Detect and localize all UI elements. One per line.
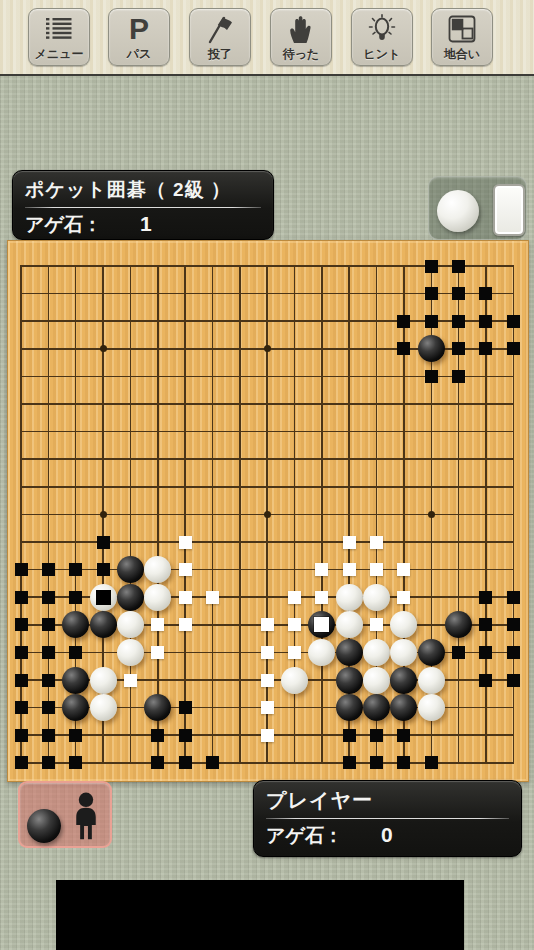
territory-mark-black [206,756,219,769]
stone-black[interactable] [418,335,445,362]
territory-mark-black [343,756,356,769]
stone-black[interactable] [390,667,417,694]
stone-white[interactable] [363,584,390,611]
panel-divider [25,207,261,208]
territory-mark-white [206,591,219,604]
territory-mark-black [42,618,55,631]
territory-mark-white [179,563,192,576]
territory-icon [447,11,477,47]
opponent-name: ポケット囲碁（ 2級 ） [25,177,261,203]
stone-white[interactable] [418,694,445,721]
territory-mark-white [261,618,274,631]
menu-button-label: メニュー [35,47,84,61]
territory-mark-white [151,618,164,631]
territory-mark-white [288,591,301,604]
territory-mark-black [15,618,28,631]
territory-mark-white [288,646,301,659]
stone-white[interactable] [308,639,335,666]
territory-mark-white [370,563,383,576]
menu-button[interactable]: メニュー [28,8,90,66]
territory-mark-black [42,591,55,604]
territory-mark-black [397,729,410,742]
app-screen: メニュー P パス 投了 待った [0,0,534,950]
hint-button-label: ヒント [364,47,401,61]
lightbulb-icon [367,11,397,47]
territory-mark-black [97,563,110,576]
stone-white[interactable] [90,694,117,721]
territory-mark-black [397,342,410,355]
player-info-panel: プレイヤー アゲ石： 0 [253,780,522,857]
territory-mark-black [151,756,164,769]
territory-mark-black [507,342,520,355]
territory-mark-white [261,701,274,714]
territory-mark-black [15,563,28,576]
territory-mark-white [151,646,164,659]
undo-button-label: 待った [283,47,320,61]
grid-line-horizontal [20,569,514,571]
territory-mark-white [261,674,274,687]
player-badge[interactable] [18,781,112,848]
resign-button[interactable]: 投了 [189,8,251,66]
stone-black[interactable] [336,694,363,721]
stone-white[interactable] [363,667,390,694]
territory-mark-black [42,646,55,659]
stone-black[interactable] [62,667,89,694]
territory-mark-white [315,563,328,576]
territory-mark-black [15,756,28,769]
opponent-captures-label: アゲ石： [25,212,102,238]
territory-mark-black [507,674,520,687]
territory-mark-black [452,342,465,355]
stone-black[interactable] [418,639,445,666]
stone-white[interactable] [336,611,363,638]
stone-white[interactable] [90,584,117,611]
territory-mark-black [507,315,520,328]
white-stone-icon [437,190,479,232]
pass-button-label: パス [127,47,152,61]
go-board[interactable] [7,240,529,782]
stone-white[interactable] [144,556,171,583]
territory-mark-black [452,287,465,300]
territory-mark-black [69,729,82,742]
territory-mark-white [179,591,192,604]
stone-white[interactable] [363,639,390,666]
stone-white[interactable] [390,611,417,638]
territory-mark-black [179,729,192,742]
dead-stone-marker [314,617,329,632]
territory-mark-black [179,756,192,769]
territory-mark-black [452,646,465,659]
territory-mark-black [42,701,55,714]
stone-black[interactable] [117,556,144,583]
territory-mark-black [425,287,438,300]
stone-black[interactable] [90,611,117,638]
territory-mark-white [315,591,328,604]
flag-icon [205,11,235,47]
territory-mark-white [179,536,192,549]
stone-white[interactable] [144,584,171,611]
territory-mark-black [507,618,520,631]
territory-mark-black [15,591,28,604]
dead-stone-marker [96,590,111,605]
stone-black[interactable] [336,639,363,666]
toolbar: メニュー P パス 投了 待った [0,0,534,76]
resign-button-label: 投了 [208,47,232,61]
territory-mark-black [69,591,82,604]
stone-white[interactable] [90,667,117,694]
undo-button[interactable]: 待った [270,8,332,66]
grid-line-vertical [321,265,323,763]
territory-mark-black [343,729,356,742]
territory-mark-black [452,260,465,273]
territory-mark-black [69,563,82,576]
black-stone-icon [27,809,61,843]
territory-mark-white [343,563,356,576]
territory-mark-black [452,370,465,383]
pass-button[interactable]: P パス [108,8,170,66]
territory-mark-white [261,729,274,742]
star-point [264,511,271,518]
grid-line-vertical [458,265,460,763]
ad-banner[interactable] [56,880,464,950]
opponent-captures-count: 1 [140,212,152,236]
panel-divider [266,818,509,819]
territory-mark-black [69,646,82,659]
stone-black[interactable] [336,667,363,694]
grid-line-horizontal [20,541,514,543]
territory-mark-black [151,729,164,742]
territory-button[interactable]: 地合い [431,8,493,66]
pass-icon: P [129,11,149,47]
hint-button[interactable]: ヒント [351,8,413,66]
territory-mark-black [507,591,520,604]
territory-mark-black [479,674,492,687]
territory-mark-white [261,646,274,659]
star-point [100,511,107,518]
territory-mark-black [370,729,383,742]
territory-mark-black [42,674,55,687]
territory-mark-black [15,674,28,687]
territory-mark-black [370,756,383,769]
territory-mark-white [179,618,192,631]
stone-white[interactable] [117,611,144,638]
territory-mark-white [397,563,410,576]
stone-white[interactable] [418,667,445,694]
star-point [100,345,107,352]
player-captures-label: アゲ石： [266,823,343,849]
stone-black[interactable] [144,694,171,721]
territory-mark-black [15,701,28,714]
stone-white[interactable] [390,639,417,666]
territory-mark-black [97,536,110,549]
stone-black[interactable] [363,694,390,721]
territory-mark-black [425,260,438,273]
opponent-info-panel: ポケット囲碁（ 2級 ） アゲ石： 1 [12,170,274,240]
territory-mark-black [179,701,192,714]
stone-black[interactable] [62,611,89,638]
territory-mark-black [479,287,492,300]
stone-black[interactable] [308,611,335,638]
menu-list-icon [44,11,74,47]
territory-mark-white [370,536,383,549]
stone-black[interactable] [62,694,89,721]
grid-line-horizontal [20,762,514,764]
player-name: プレイヤー [266,787,509,814]
territory-mark-black [479,342,492,355]
territory-mark-black [452,315,465,328]
territory-mark-white [397,591,410,604]
stone-black[interactable] [117,584,144,611]
stone-black[interactable] [390,694,417,721]
stone-white[interactable] [117,639,144,666]
person-icon [68,789,104,843]
territory-mark-white [370,618,383,631]
territory-mark-black [397,756,410,769]
stone-white[interactable] [336,584,363,611]
territory-mark-white [288,618,301,631]
territory-mark-white [343,536,356,549]
territory-mark-black [479,646,492,659]
grid-line-vertical [513,265,515,763]
territory-mark-black [42,729,55,742]
turn-indicator [428,176,527,240]
territory-mark-black [15,646,28,659]
territory-mark-black [15,729,28,742]
territory-mark-black [479,315,492,328]
territory-mark-black [507,646,520,659]
star-point [264,345,271,352]
player-captures-count: 0 [381,823,393,847]
territory-mark-black [479,618,492,631]
territory-mark-black [479,591,492,604]
territory-mark-black [425,370,438,383]
hand-icon [287,11,315,47]
grid-line-vertical [485,265,487,763]
territory-mark-black [42,756,55,769]
stone-white[interactable] [281,667,308,694]
territory-button-label: 地合い [444,47,480,61]
blank-card-icon [493,184,525,236]
territory-mark-black [42,563,55,576]
territory-mark-black [69,756,82,769]
territory-mark-white [124,674,137,687]
territory-mark-black [397,315,410,328]
territory-mark-black [425,756,438,769]
territory-mark-black [425,315,438,328]
star-point [428,511,435,518]
stone-black[interactable] [445,611,472,638]
